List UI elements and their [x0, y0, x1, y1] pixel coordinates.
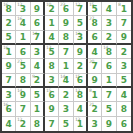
cell-r3c2[interactable]: 1	[16, 31, 30, 45]
cell-r8c9[interactable]: 8	[117, 102, 131, 116]
cell-r6c9[interactable]: 5	[117, 74, 131, 88]
cell-digit: 2	[59, 90, 72, 101]
cell-r7c5[interactable]: 2	[59, 88, 73, 102]
cell-digit: 9	[74, 47, 86, 58]
cell-digit: 6	[45, 90, 58, 101]
cell-digit: 6	[74, 76, 86, 86]
cell-r4c1[interactable]: 161	[2, 45, 16, 59]
cell-r6c6[interactable]: 156	[74, 74, 88, 88]
cell-digit: 4	[59, 76, 72, 86]
cell-digit: 1	[45, 18, 58, 29]
cell-r4c9[interactable]: 2	[117, 45, 131, 59]
cell-digit: 8	[88, 18, 101, 29]
cell-r2c4[interactable]: 1	[45, 16, 59, 30]
cell-r7c8[interactable]: 7	[102, 88, 116, 102]
cell-r1c1[interactable]: 168	[2, 2, 16, 16]
cell-digit: 4	[45, 33, 58, 43]
cell-r2c1[interactable]: 2	[2, 16, 16, 30]
cell-r8c3[interactable]: 1	[31, 102, 45, 116]
cell-r3c6[interactable]: 133	[74, 31, 88, 45]
cell-r9c7[interactable]: 3	[88, 117, 102, 131]
cell-r5c4[interactable]: 8	[45, 59, 59, 73]
cell-digit: 8	[31, 119, 43, 131]
cell-digit: 7	[2, 76, 15, 86]
cell-digit: 3	[59, 104, 72, 115]
cell-digit: 5	[74, 18, 86, 29]
cell-r1c5[interactable]: 236	[59, 2, 73, 16]
cell-r5c9[interactable]: 3	[117, 59, 131, 73]
cell-r1c3[interactable]: 9	[31, 2, 45, 16]
cell-digit: 7	[16, 104, 29, 115]
cell-digit: 5	[45, 47, 58, 58]
cell-digit: 6	[88, 33, 101, 43]
cell-digit: 8	[2, 4, 15, 15]
cell-digit: 5	[16, 61, 29, 72]
cell-digit: 8	[102, 47, 115, 58]
cell-digit: 3	[102, 18, 115, 29]
cell-digit: 4	[102, 4, 115, 15]
cell-digit: 3	[45, 76, 58, 86]
cell-digit: 9	[16, 90, 29, 101]
cell-r8c1[interactable]: 166	[2, 102, 16, 116]
cell-r7c6[interactable]: 128	[74, 88, 88, 102]
cell-digit: 7	[117, 18, 131, 29]
cell-r5c5[interactable]: 1	[59, 59, 73, 73]
cell-r2c7[interactable]: 278	[88, 16, 102, 30]
cell-digit: 4	[2, 119, 15, 131]
cell-digit: 6	[59, 4, 72, 15]
cell-r2c2[interactable]: 164	[16, 16, 30, 30]
cell-digit: 4	[74, 104, 86, 115]
cell-digit: 9	[31, 4, 43, 15]
cell-r9c6[interactable]: 131	[74, 117, 88, 131]
cell-digit: 1	[102, 76, 115, 86]
cell-digit: 5	[117, 76, 131, 86]
cell-digit: 2	[102, 33, 115, 43]
cell-digit: 7	[74, 4, 86, 15]
cell-r8c7[interactable]: 212	[88, 102, 102, 116]
cell-r7c9[interactable]: 4	[117, 88, 131, 102]
cell-r6c2[interactable]: 8	[16, 74, 30, 88]
cell-digit: 9	[117, 33, 131, 43]
cell-r9c3[interactable]: 8	[31, 117, 45, 131]
cell-digit: 4	[88, 47, 101, 58]
cell-digit: 3	[2, 90, 15, 101]
cell-r3c9[interactable]: 9	[117, 31, 131, 45]
cell-r4c6[interactable]: 9	[74, 45, 88, 59]
cell-r1c6[interactable]: 127	[74, 2, 88, 16]
cell-r3c8[interactable]: 2	[102, 31, 116, 45]
cell-r1c4[interactable]: 102	[45, 2, 59, 16]
cell-r5c8[interactable]: 6	[102, 59, 116, 73]
cell-r6c4[interactable]: 3	[45, 74, 59, 88]
cell-digit: 5	[59, 119, 72, 131]
cell-digit: 6	[2, 104, 15, 115]
cell-r5c3[interactable]: 4	[31, 59, 45, 73]
cell-r8c6[interactable]: 4	[74, 102, 88, 116]
cell-digit: 9	[102, 119, 115, 131]
cell-r5c7[interactable]: 207	[88, 59, 102, 73]
cell-digit: 2	[45, 4, 58, 15]
cell-digit: 2	[117, 47, 131, 58]
cell-digit: 8	[74, 90, 86, 101]
cell-r9c9[interactable]: 6	[117, 117, 131, 131]
cell-r9c1[interactable]: 4	[2, 117, 16, 131]
cell-digit: 1	[16, 33, 29, 43]
cell-r6c5[interactable]: 144	[59, 74, 73, 88]
cell-digit: 3	[74, 33, 86, 43]
cell-digit: 2	[31, 76, 43, 86]
cell-digit: 1	[59, 61, 72, 72]
cell-digit: 2	[74, 61, 86, 72]
cell-r4c3[interactable]: 3	[31, 45, 45, 59]
cell-r1c9[interactable]: 81	[117, 2, 131, 16]
cell-digit: 9	[45, 104, 58, 115]
cell-digit: 5	[88, 4, 101, 15]
cell-digit: 7	[45, 119, 58, 131]
sudoku-board: 1681239102236127155481216461952783751147…	[0, 0, 133, 133]
cell-r1c8[interactable]: 4	[102, 2, 116, 16]
cell-r3c5[interactable]: 8	[59, 31, 73, 45]
cell-r5c6[interactable]: 2	[74, 59, 88, 73]
cell-r2c8[interactable]: 3	[102, 16, 116, 30]
cell-digit: 1	[31, 104, 43, 115]
cell-digit: 8	[59, 33, 72, 43]
cell-digit: 4	[117, 90, 131, 101]
cell-r8c4[interactable]: 9	[45, 102, 59, 116]
cell-digit: 1	[88, 90, 101, 101]
cell-digit: 6	[117, 119, 131, 131]
cell-digit: 7	[59, 47, 72, 58]
cell-r9c5[interactable]: 5	[59, 117, 73, 131]
cell-digit: 8	[117, 104, 131, 115]
cell-digit: 3	[117, 61, 131, 72]
cell-r3c7[interactable]: 6	[88, 31, 102, 45]
cell-r3c4[interactable]: 4	[45, 31, 59, 45]
cell-r5c2[interactable]: 275	[16, 59, 30, 73]
cell-r8c5[interactable]: 3	[59, 102, 73, 116]
cell-r8c2[interactable]: 7	[16, 102, 30, 116]
cell-digit: 5	[2, 33, 15, 43]
cell-digit: 6	[102, 61, 115, 72]
cell-digit: 4	[31, 61, 43, 72]
cell-digit: 6	[16, 47, 29, 58]
cell-digit: 8	[16, 76, 29, 86]
cell-r4c4[interactable]: 135	[45, 45, 59, 59]
cell-digit: 9	[2, 61, 15, 72]
cell-digit: 5	[31, 90, 43, 101]
cell-digit: 2	[2, 18, 15, 29]
cell-digit: 7	[31, 33, 43, 43]
cell-digit: 5	[102, 104, 115, 115]
cell-digit: 9	[88, 76, 101, 86]
cell-digit: 8	[45, 61, 58, 72]
cell-digit: 2	[88, 104, 101, 115]
cell-r2c9[interactable]: 7	[117, 16, 131, 30]
cell-r2c5[interactable]: 9	[59, 16, 73, 30]
cell-r3c3[interactable]: 147	[31, 31, 45, 45]
cell-r7c4[interactable]: 156	[45, 88, 59, 102]
cell-digit: 1	[74, 119, 86, 131]
cell-digit: 3	[16, 4, 29, 15]
cell-r9c2[interactable]: 122	[16, 117, 30, 131]
cell-r6c1[interactable]: 7	[2, 74, 16, 88]
cell-r7c2[interactable]: 149	[16, 88, 30, 102]
cell-r5c1[interactable]: 9	[2, 59, 16, 73]
cell-r6c7[interactable]: 9	[88, 74, 102, 88]
cell-digit: 1	[2, 47, 15, 58]
cell-r4c8[interactable]: 148	[102, 45, 116, 59]
cell-digit: 2	[16, 119, 29, 131]
cell-r8c8[interactable]: 5	[102, 102, 116, 116]
cell-digit: 4	[16, 18, 29, 29]
cell-r6c8[interactable]: 1	[102, 74, 116, 88]
cell-r6c3[interactable]: 92	[31, 74, 45, 88]
cell-r2c6[interactable]: 5	[74, 16, 88, 30]
cell-digit: 7	[102, 90, 115, 101]
cell-digit: 3	[88, 119, 101, 131]
cell-r2c3[interactable]: 6	[31, 16, 45, 30]
cell-r7c3[interactable]: 5	[31, 88, 45, 102]
cell-r9c4[interactable]: 7	[45, 117, 59, 131]
cell-digit: 9	[59, 18, 72, 29]
cell-r3c1[interactable]: 5	[2, 31, 16, 45]
cell-r9c8[interactable]: 9	[102, 117, 116, 131]
cell-digit: 1	[117, 4, 131, 15]
cell-r4c5[interactable]: 7	[59, 45, 73, 59]
cell-digit: 3	[31, 47, 43, 58]
cell-digit: 7	[88, 61, 101, 72]
cell-digit: 6	[31, 18, 43, 29]
